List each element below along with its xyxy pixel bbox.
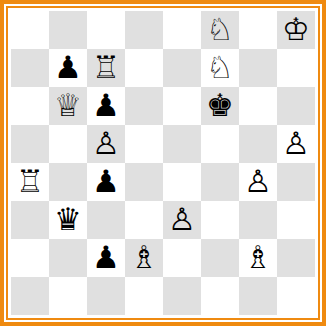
square-a2[interactable] xyxy=(11,239,49,277)
square-e3[interactable]: ♙ xyxy=(163,201,201,239)
square-g3[interactable] xyxy=(239,201,277,239)
square-f2[interactable] xyxy=(201,239,239,277)
piece-black-queen: ♛ xyxy=(54,200,82,238)
square-a5[interactable] xyxy=(11,125,49,163)
square-g7[interactable] xyxy=(239,49,277,87)
square-c4[interactable]: ♟ xyxy=(87,163,125,201)
square-h5[interactable]: ♙ xyxy=(277,125,315,163)
square-a1[interactable] xyxy=(11,277,49,315)
square-g1[interactable] xyxy=(239,277,277,315)
square-c2[interactable]: ♟ xyxy=(87,239,125,277)
square-f1[interactable] xyxy=(201,277,239,315)
square-f3[interactable] xyxy=(201,201,239,239)
piece-black-pawn: ♟ xyxy=(92,162,120,200)
piece-white-knight: ♘ xyxy=(206,48,234,86)
square-h4[interactable] xyxy=(277,163,315,201)
square-d7[interactable] xyxy=(125,49,163,87)
board-frame: ♘♔♟♖♘♕♟♚♙♙♖♟♙♛♙♟♗♗ xyxy=(0,0,326,326)
square-c7[interactable]: ♖ xyxy=(87,49,125,87)
square-b8[interactable] xyxy=(49,11,87,49)
square-f6[interactable]: ♚ xyxy=(201,87,239,125)
square-g2[interactable]: ♗ xyxy=(239,239,277,277)
square-b7[interactable]: ♟ xyxy=(49,49,87,87)
square-h7[interactable] xyxy=(277,49,315,87)
square-a8[interactable] xyxy=(11,11,49,49)
piece-white-pawn: ♙ xyxy=(92,124,120,162)
square-b5[interactable] xyxy=(49,125,87,163)
square-d2[interactable]: ♗ xyxy=(125,239,163,277)
square-h2[interactable] xyxy=(277,239,315,277)
square-c6[interactable]: ♟ xyxy=(87,87,125,125)
square-c3[interactable] xyxy=(87,201,125,239)
piece-black-pawn: ♟ xyxy=(54,48,82,86)
square-g6[interactable] xyxy=(239,87,277,125)
square-b1[interactable] xyxy=(49,277,87,315)
square-a3[interactable] xyxy=(11,201,49,239)
square-a6[interactable] xyxy=(11,87,49,125)
chess-board: ♘♔♟♖♘♕♟♚♙♙♖♟♙♛♙♟♗♗ xyxy=(11,11,315,315)
square-d8[interactable] xyxy=(125,11,163,49)
square-e6[interactable] xyxy=(163,87,201,125)
square-f4[interactable] xyxy=(201,163,239,201)
square-d5[interactable] xyxy=(125,125,163,163)
square-e8[interactable] xyxy=(163,11,201,49)
piece-white-pawn: ♙ xyxy=(244,162,272,200)
square-h6[interactable] xyxy=(277,87,315,125)
piece-black-pawn: ♟ xyxy=(92,86,120,124)
piece-white-bishop: ♗ xyxy=(130,238,158,276)
piece-black-king: ♚ xyxy=(206,86,234,124)
square-b4[interactable] xyxy=(49,163,87,201)
square-f7[interactable]: ♘ xyxy=(201,49,239,87)
square-h8[interactable]: ♔ xyxy=(277,11,315,49)
square-c1[interactable] xyxy=(87,277,125,315)
square-d4[interactable] xyxy=(125,163,163,201)
piece-white-rook: ♖ xyxy=(92,48,120,86)
square-d6[interactable] xyxy=(125,87,163,125)
piece-white-queen: ♕ xyxy=(54,86,82,124)
square-e2[interactable] xyxy=(163,239,201,277)
piece-white-pawn: ♙ xyxy=(168,200,196,238)
board-inner-frame: ♘♔♟♖♘♕♟♚♙♙♖♟♙♛♙♟♗♗ xyxy=(6,6,320,320)
piece-white-knight: ♘ xyxy=(206,10,234,48)
square-c5[interactable]: ♙ xyxy=(87,125,125,163)
piece-black-pawn: ♟ xyxy=(92,238,120,276)
square-h1[interactable] xyxy=(277,277,315,315)
square-e7[interactable] xyxy=(163,49,201,87)
square-g8[interactable] xyxy=(239,11,277,49)
piece-white-pawn: ♙ xyxy=(282,124,310,162)
square-b6[interactable]: ♕ xyxy=(49,87,87,125)
square-a4[interactable]: ♖ xyxy=(11,163,49,201)
piece-white-bishop: ♗ xyxy=(244,238,272,276)
square-d1[interactable] xyxy=(125,277,163,315)
square-g5[interactable] xyxy=(239,125,277,163)
square-f5[interactable] xyxy=(201,125,239,163)
square-b3[interactable]: ♛ xyxy=(49,201,87,239)
square-b2[interactable] xyxy=(49,239,87,277)
piece-white-king: ♔ xyxy=(282,10,310,48)
square-e4[interactable] xyxy=(163,163,201,201)
square-e1[interactable] xyxy=(163,277,201,315)
square-g4[interactable]: ♙ xyxy=(239,163,277,201)
square-d3[interactable] xyxy=(125,201,163,239)
piece-white-rook: ♖ xyxy=(16,162,44,200)
square-f8[interactable]: ♘ xyxy=(201,11,239,49)
square-c8[interactable] xyxy=(87,11,125,49)
square-h3[interactable] xyxy=(277,201,315,239)
square-e5[interactable] xyxy=(163,125,201,163)
square-a7[interactable] xyxy=(11,49,49,87)
